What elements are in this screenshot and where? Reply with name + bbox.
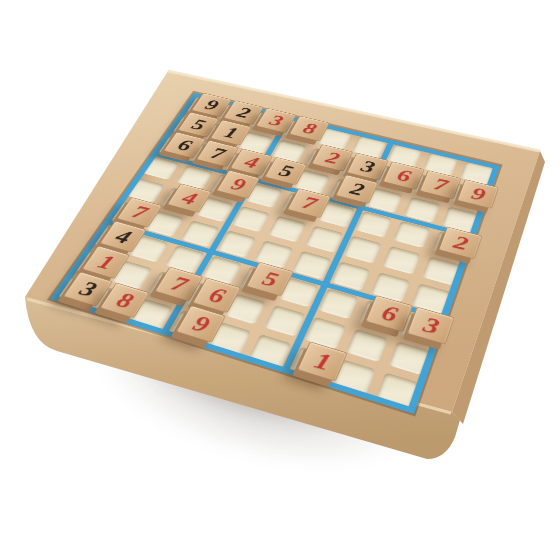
tile-digit: 9 [188,309,214,338]
tile-digit: 7 [298,191,320,215]
tile-digit: 9 [227,173,250,196]
tile-digit: 5 [258,265,282,292]
tile-digit: 7 [431,173,451,196]
tile-digit: 6 [173,135,195,156]
cell-r8c8 [346,329,388,362]
tile-digit: 3 [420,311,442,341]
cell-r5c5 [268,216,307,243]
tile-digit: 4 [240,151,262,173]
tile-digit: 8 [299,118,319,138]
tile-digit: 9 [469,182,488,205]
number-tile-r2c8: 7 [419,170,461,199]
tile-digit: 1 [220,122,242,142]
tile-digit: 8 [111,286,138,314]
tile-digit: 3 [266,110,287,130]
tile-digit: 6 [204,281,229,309]
tile-digit: 2 [322,147,343,169]
tile-digit: 1 [93,249,119,275]
tile-digit: 5 [275,160,297,182]
tile-digit: 4 [110,224,136,249]
product-photo-stage: 92385123679674529724745631763891 [0,0,560,560]
tile-digit: 7 [127,200,152,224]
tile-digit: 7 [207,143,229,164]
tile-digit: 1 [310,346,335,378]
tile-digit: 2 [450,230,470,256]
tile-digit: 4 [178,186,202,209]
tile-digit: 9 [201,95,222,114]
tile-digit: 7 [166,270,192,297]
cell-r5c8 [382,246,421,275]
tile-digit: 3 [358,156,378,178]
cell-r5c7 [343,236,382,264]
tile-digit: 6 [378,299,401,328]
tile-digit: 3 [74,275,101,303]
tile-digit: 2 [347,178,368,201]
tile-digit: 5 [187,115,209,135]
tile-digit: 2 [233,103,254,123]
tile-digit: 6 [394,164,414,186]
